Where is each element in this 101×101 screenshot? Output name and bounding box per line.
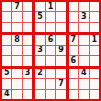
sudoku-board: 71538639716534274 bbox=[0, 0, 101, 101]
sudoku-cell-r7c7[interactable] bbox=[69, 69, 78, 78]
sudoku-cell-r5c6[interactable]: 9 bbox=[56, 46, 65, 55]
sudoku-cell-r5c7[interactable] bbox=[69, 46, 78, 55]
given-digit: 5 bbox=[4, 69, 10, 77]
sudoku-cell-r2c4[interactable]: 5 bbox=[35, 12, 44, 21]
sudoku-cell-r6c6[interactable] bbox=[56, 56, 65, 65]
sudoku-cell-r4c8[interactable] bbox=[79, 35, 88, 44]
given-digit: 3 bbox=[37, 46, 43, 54]
sudoku-cell-r9c9[interactable] bbox=[90, 90, 99, 99]
sudoku-cell-r3c4[interactable] bbox=[35, 23, 44, 32]
sudoku-cell-r6c4[interactable] bbox=[35, 56, 44, 65]
given-digit: 1 bbox=[48, 3, 54, 11]
sudoku-cell-r6c9[interactable] bbox=[90, 56, 99, 65]
sudoku-cell-r9c5[interactable] bbox=[46, 90, 55, 99]
sudoku-cell-r7c4[interactable]: 2 bbox=[35, 69, 44, 78]
sudoku-cell-r4c9[interactable]: 1 bbox=[90, 35, 99, 44]
sudoku-cell-r2c1[interactable] bbox=[2, 12, 11, 21]
sudoku-cell-r5c1[interactable] bbox=[2, 46, 11, 55]
sudoku-cell-r8c3[interactable] bbox=[23, 79, 32, 88]
sudoku-cell-r8c8[interactable] bbox=[79, 79, 88, 88]
given-digit: 8 bbox=[14, 36, 20, 44]
sudoku-cell-r9c7[interactable] bbox=[69, 90, 78, 99]
sudoku-cell-r1c8[interactable] bbox=[79, 2, 88, 11]
sudoku-cell-r3c3[interactable] bbox=[23, 23, 32, 32]
given-digit: 7 bbox=[71, 36, 77, 44]
sudoku-cell-r8c5[interactable] bbox=[46, 79, 55, 88]
sudoku-cell-r8c4[interactable] bbox=[35, 79, 44, 88]
sudoku-cell-r1c1[interactable] bbox=[2, 2, 11, 11]
sudoku-cell-r2c8[interactable]: 3 bbox=[79, 12, 88, 21]
sudoku-cell-r2c7[interactable] bbox=[69, 12, 78, 21]
sudoku-cell-r2c5[interactable] bbox=[46, 12, 55, 21]
given-digit: 9 bbox=[58, 46, 64, 54]
sudoku-cell-r9c3[interactable] bbox=[23, 90, 32, 99]
sudoku-cell-r1c7[interactable] bbox=[69, 2, 78, 11]
sudoku-cell-r5c3[interactable] bbox=[23, 46, 32, 55]
given-digit: 6 bbox=[48, 36, 54, 44]
sudoku-cell-r4c1[interactable] bbox=[2, 35, 11, 44]
sudoku-box-r3c1: 534 bbox=[2, 69, 32, 99]
sudoku-cell-r5c4[interactable]: 3 bbox=[35, 46, 44, 55]
sudoku-cell-r3c2[interactable] bbox=[12, 23, 21, 32]
given-digit: 3 bbox=[81, 13, 87, 21]
sudoku-cell-r4c5[interactable]: 6 bbox=[46, 35, 55, 44]
sudoku-box-r2c3: 716 bbox=[69, 35, 99, 65]
sudoku-box-r1c1: 7 bbox=[2, 2, 32, 32]
sudoku-cell-r5c9[interactable] bbox=[90, 46, 99, 55]
sudoku-box-r1c2: 15 bbox=[35, 2, 65, 32]
sudoku-cell-r5c2[interactable] bbox=[12, 46, 21, 55]
sudoku-cell-r7c5[interactable] bbox=[46, 69, 55, 78]
sudoku-box-r1c3: 3 bbox=[69, 2, 99, 32]
sudoku-box-r2c2: 639 bbox=[35, 35, 65, 65]
sudoku-cell-r6c1[interactable] bbox=[2, 56, 11, 65]
given-digit: 7 bbox=[14, 3, 20, 11]
given-digit: 6 bbox=[71, 57, 77, 65]
sudoku-cell-r7c2[interactable] bbox=[12, 69, 21, 78]
sudoku-cell-r4c7[interactable]: 7 bbox=[69, 35, 78, 44]
sudoku-cell-r4c4[interactable] bbox=[35, 35, 44, 44]
given-digit: 4 bbox=[4, 90, 10, 98]
sudoku-cell-r9c4[interactable] bbox=[35, 90, 44, 99]
sudoku-cell-r4c6[interactable] bbox=[56, 35, 65, 44]
sudoku-cell-r6c3[interactable] bbox=[23, 56, 32, 65]
sudoku-cell-r9c6[interactable] bbox=[56, 90, 65, 99]
sudoku-cell-r8c9[interactable] bbox=[90, 79, 99, 88]
sudoku-cell-r1c9[interactable] bbox=[90, 2, 99, 11]
sudoku-cell-r1c3[interactable] bbox=[23, 2, 32, 11]
sudoku-cell-r9c8[interactable] bbox=[79, 90, 88, 99]
sudoku-cell-r3c6[interactable] bbox=[56, 23, 65, 32]
sudoku-cell-r8c6[interactable]: 7 bbox=[56, 79, 65, 88]
sudoku-cell-r3c1[interactable] bbox=[2, 23, 11, 32]
sudoku-cell-r6c8[interactable] bbox=[79, 56, 88, 65]
given-digit: 3 bbox=[25, 69, 31, 77]
sudoku-cell-r1c2[interactable]: 7 bbox=[12, 2, 21, 11]
given-digit: 2 bbox=[37, 69, 43, 77]
sudoku-cell-r3c9[interactable] bbox=[90, 23, 99, 32]
given-digit: 7 bbox=[58, 80, 64, 88]
sudoku-cell-r4c2[interactable]: 8 bbox=[12, 35, 21, 44]
sudoku-cell-r6c7[interactable]: 6 bbox=[69, 56, 78, 65]
sudoku-box-r3c2: 27 bbox=[35, 69, 65, 99]
given-digit: 4 bbox=[81, 69, 87, 77]
sudoku-cell-r7c6[interactable] bbox=[56, 69, 65, 78]
sudoku-cell-r2c9[interactable] bbox=[90, 12, 99, 21]
sudoku-cell-r4c3[interactable] bbox=[23, 35, 32, 44]
sudoku-cell-r5c5[interactable] bbox=[46, 46, 55, 55]
sudoku-cell-r1c6[interactable] bbox=[56, 2, 65, 11]
given-digit: 1 bbox=[91, 36, 97, 44]
sudoku-cell-r3c7[interactable] bbox=[69, 23, 78, 32]
sudoku-cell-r1c5[interactable]: 1 bbox=[46, 2, 55, 11]
sudoku-cell-r9c2[interactable] bbox=[12, 90, 21, 99]
given-digit: 5 bbox=[37, 13, 43, 21]
sudoku-cell-r8c2[interactable] bbox=[12, 79, 21, 88]
sudoku-box-r2c1: 8 bbox=[2, 35, 32, 65]
sudoku-cell-r2c2[interactable] bbox=[12, 12, 21, 21]
sudoku-box-r3c3: 4 bbox=[69, 69, 99, 99]
sudoku-cell-r7c9[interactable] bbox=[90, 69, 99, 78]
sudoku-cell-r8c1[interactable] bbox=[2, 79, 11, 88]
sudoku-cell-r3c5[interactable] bbox=[46, 23, 55, 32]
sudoku-cell-r7c8[interactable]: 4 bbox=[79, 69, 88, 78]
sudoku-cell-r6c5[interactable] bbox=[46, 56, 55, 65]
sudoku-cell-r1c4[interactable] bbox=[35, 2, 44, 11]
sudoku-cell-r2c6[interactable] bbox=[56, 12, 65, 21]
sudoku-cell-r3c8[interactable] bbox=[79, 23, 88, 32]
sudoku-cell-r8c7[interactable] bbox=[69, 79, 78, 88]
sudoku-cell-r7c3[interactable]: 3 bbox=[23, 69, 32, 78]
sudoku-cell-r9c1[interactable]: 4 bbox=[2, 90, 11, 99]
sudoku-cell-r5c8[interactable] bbox=[79, 46, 88, 55]
sudoku-cell-r6c2[interactable] bbox=[12, 56, 21, 65]
sudoku-cell-r7c1[interactable]: 5 bbox=[2, 69, 11, 78]
sudoku-cell-r2c3[interactable] bbox=[23, 12, 32, 21]
